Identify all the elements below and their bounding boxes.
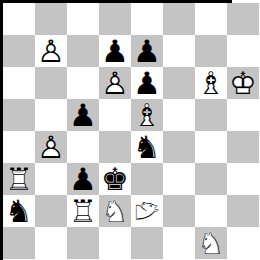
- rook-icon: ♖: [3, 163, 35, 195]
- square-c5[interactable]: ♟: [67, 99, 99, 131]
- piece-white-bishop-g6: ♝♗: [195, 67, 227, 99]
- square-f4[interactable]: [163, 131, 195, 163]
- bishop-icon: ♗: [131, 99, 163, 131]
- bishop-icon: ♝: [195, 67, 227, 99]
- piece-white-knight-rotated-e2: ♞♘: [131, 195, 163, 227]
- square-c2[interactable]: ♜♖: [67, 195, 99, 227]
- square-b6[interactable]: [35, 67, 67, 99]
- pawn-icon: ♟: [131, 67, 163, 99]
- square-g2[interactable]: [195, 195, 227, 227]
- square-h6[interactable]: ♚♔: [227, 67, 259, 99]
- square-d1[interactable]: [99, 227, 131, 259]
- square-f5[interactable]: [163, 99, 195, 131]
- square-g5[interactable]: [195, 99, 227, 131]
- knight-icon: ♘: [195, 227, 227, 259]
- rook-icon: ♜: [67, 195, 99, 227]
- piece-white-rook-c2: ♜♖: [67, 195, 99, 227]
- square-g4[interactable]: [195, 131, 227, 163]
- square-d5[interactable]: [99, 99, 131, 131]
- square-a5[interactable]: [3, 99, 35, 131]
- pawn-icon: ♙: [99, 67, 131, 99]
- square-b8[interactable]: [35, 3, 67, 35]
- square-a6[interactable]: [3, 67, 35, 99]
- square-d3[interactable]: ♚: [99, 163, 131, 195]
- square-c4[interactable]: [67, 131, 99, 163]
- square-b5[interactable]: [35, 99, 67, 131]
- square-b2[interactable]: [35, 195, 67, 227]
- piece-white-knight-d2: ♞♘: [99, 195, 131, 227]
- square-a3[interactable]: ♜♖: [3, 163, 35, 195]
- square-g3[interactable]: [195, 163, 227, 195]
- square-c6[interactable]: [67, 67, 99, 99]
- pawn-icon: ♟: [99, 35, 131, 67]
- square-g6[interactable]: ♝♗: [195, 67, 227, 99]
- bishop-icon: ♗: [195, 67, 227, 99]
- square-b1[interactable]: [35, 227, 67, 259]
- square-h5[interactable]: [227, 99, 259, 131]
- pawn-icon: ♟: [67, 163, 99, 195]
- square-h2[interactable]: [227, 195, 259, 227]
- knight-icon: ♘: [99, 195, 131, 227]
- square-f6[interactable]: [163, 67, 195, 99]
- square-c7[interactable]: [67, 35, 99, 67]
- piece-black-king-d3: ♚: [99, 163, 131, 195]
- square-g8[interactable]: [195, 3, 227, 35]
- square-a7[interactable]: [3, 35, 35, 67]
- square-c3[interactable]: ♟: [67, 163, 99, 195]
- piece-black-pawn-e7: ♟: [131, 35, 163, 67]
- square-a8[interactable]: [3, 3, 35, 35]
- square-b3[interactable]: [35, 163, 67, 195]
- knight-icon: ♞: [195, 227, 227, 259]
- square-d4[interactable]: [99, 131, 131, 163]
- square-e6[interactable]: ♟: [131, 67, 163, 99]
- pawn-icon: ♟: [35, 35, 67, 67]
- square-e2[interactable]: ♞♘: [131, 195, 163, 227]
- knight-icon: ♞: [99, 195, 131, 227]
- square-e8[interactable]: [131, 3, 163, 35]
- square-f1[interactable]: [163, 227, 195, 259]
- king-icon: ♚: [227, 67, 259, 99]
- rook-icon: ♜: [3, 163, 35, 195]
- pawn-icon: ♟: [67, 99, 99, 131]
- piece-white-knight-g1: ♞♘: [195, 227, 227, 259]
- piece-white-king-h6: ♚♔: [227, 67, 259, 99]
- square-b7[interactable]: ♟♙: [35, 35, 67, 67]
- square-f8[interactable]: [163, 3, 195, 35]
- square-a1[interactable]: [3, 227, 35, 259]
- knight-icon: ♞: [131, 195, 163, 227]
- piece-white-bishop-e5: ♝♗: [131, 99, 163, 131]
- king-icon: ♚: [99, 163, 131, 195]
- square-d8[interactable]: [99, 3, 131, 35]
- pawn-icon: ♟: [99, 67, 131, 99]
- square-h1[interactable]: [227, 227, 259, 259]
- piece-white-pawn-d6: ♟♙: [99, 67, 131, 99]
- square-e4[interactable]: ♞: [131, 131, 163, 163]
- piece-white-pawn-b7: ♟♙: [35, 35, 67, 67]
- knight-icon: ♞: [131, 131, 163, 163]
- bishop-icon: ♝: [131, 99, 163, 131]
- square-h4[interactable]: [227, 131, 259, 163]
- piece-black-pawn-e6: ♟: [131, 67, 163, 99]
- square-f7[interactable]: [163, 35, 195, 67]
- chess-board: ♟♙♟♟♟♙♟♝♗♚♔♟♝♗♟♙♞♜♖♟♚♞♜♖♞♘♞♘♞♘: [3, 3, 259, 259]
- square-g7[interactable]: [195, 35, 227, 67]
- knight-icon: ♘: [131, 195, 163, 227]
- piece-black-pawn-c5: ♟: [67, 99, 99, 131]
- pawn-icon: ♟: [131, 35, 163, 67]
- square-b4[interactable]: ♟♙: [35, 131, 67, 163]
- square-e7[interactable]: ♟: [131, 35, 163, 67]
- square-h3[interactable]: [227, 163, 259, 195]
- rook-icon: ♖: [67, 195, 99, 227]
- square-h7[interactable]: [227, 35, 259, 67]
- pawn-icon: ♟: [35, 131, 67, 163]
- square-f2[interactable]: [163, 195, 195, 227]
- square-d6[interactable]: ♟♙: [99, 67, 131, 99]
- piece-black-pawn-d7: ♟: [99, 35, 131, 67]
- piece-black-knight-e4: ♞: [131, 131, 163, 163]
- square-c8[interactable]: [67, 3, 99, 35]
- square-f3[interactable]: [163, 163, 195, 195]
- square-d2[interactable]: ♞♘: [99, 195, 131, 227]
- pawn-icon: ♙: [35, 131, 67, 163]
- piece-white-rook-a3: ♜♖: [3, 163, 35, 195]
- square-a4[interactable]: [3, 131, 35, 163]
- piece-black-pawn-c3: ♟: [67, 163, 99, 195]
- square-d7[interactable]: ♟: [99, 35, 131, 67]
- square-g1[interactable]: ♞♘: [195, 227, 227, 259]
- square-e5[interactable]: ♝♗: [131, 99, 163, 131]
- square-a2[interactable]: ♞: [3, 195, 35, 227]
- piece-black-knight-a2: ♞: [3, 195, 35, 227]
- pawn-icon: ♙: [35, 35, 67, 67]
- knight-icon: ♞: [3, 195, 35, 227]
- square-e1[interactable]: [131, 227, 163, 259]
- square-h8[interactable]: [227, 3, 259, 35]
- square-e3[interactable]: [131, 163, 163, 195]
- piece-white-pawn-b4: ♟♙: [35, 131, 67, 163]
- square-c1[interactable]: [67, 227, 99, 259]
- king-icon: ♔: [227, 67, 259, 99]
